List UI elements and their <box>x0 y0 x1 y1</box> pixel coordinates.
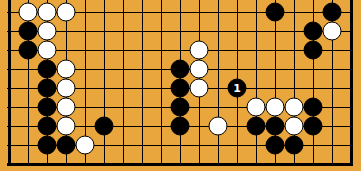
white-stone[interactable] <box>38 41 57 60</box>
black-stone[interactable] <box>38 60 57 79</box>
black-stone-marked-1[interactable]: 1 <box>228 79 247 98</box>
black-stone[interactable] <box>304 117 323 136</box>
white-stone[interactable] <box>57 117 76 136</box>
white-stone[interactable] <box>266 98 285 117</box>
black-stone[interactable] <box>304 22 323 41</box>
black-stone[interactable] <box>171 60 190 79</box>
black-stone[interactable] <box>266 136 285 155</box>
white-stone[interactable] <box>285 98 304 117</box>
board-edge-line <box>8 0 11 166</box>
black-stone[interactable] <box>38 98 57 117</box>
black-stone[interactable] <box>38 136 57 155</box>
black-stone[interactable] <box>171 79 190 98</box>
go-board[interactable]: 1 <box>0 0 361 171</box>
white-stone[interactable] <box>209 117 228 136</box>
black-stone[interactable] <box>19 41 38 60</box>
grid-line <box>218 0 219 166</box>
white-stone[interactable] <box>76 136 95 155</box>
black-stone[interactable] <box>171 98 190 117</box>
grid-line <box>7 50 353 51</box>
white-stone[interactable] <box>323 22 342 41</box>
black-stone[interactable] <box>95 117 114 136</box>
board-edge-line <box>350 0 353 166</box>
white-stone[interactable] <box>57 79 76 98</box>
black-stone[interactable] <box>266 3 285 22</box>
white-stone[interactable] <box>57 98 76 117</box>
black-stone[interactable] <box>57 136 76 155</box>
black-stone[interactable] <box>247 117 266 136</box>
black-stone[interactable] <box>304 41 323 60</box>
white-stone[interactable] <box>190 79 209 98</box>
grid-line <box>123 0 124 166</box>
black-stone[interactable] <box>19 22 38 41</box>
white-stone[interactable] <box>190 60 209 79</box>
white-stone[interactable] <box>38 3 57 22</box>
white-stone[interactable] <box>38 22 57 41</box>
white-stone[interactable] <box>19 3 38 22</box>
grid-line <box>256 0 257 166</box>
black-stone[interactable] <box>304 98 323 117</box>
black-stone[interactable] <box>38 79 57 98</box>
grid-line <box>142 0 143 166</box>
grid-line <box>104 0 105 166</box>
white-stone[interactable] <box>190 41 209 60</box>
grid-line <box>161 0 162 166</box>
white-stone[interactable] <box>247 98 266 117</box>
black-stone[interactable] <box>38 117 57 136</box>
black-stone[interactable] <box>266 117 285 136</box>
white-stone[interactable] <box>57 60 76 79</box>
black-stone[interactable] <box>285 136 304 155</box>
white-stone[interactable] <box>57 3 76 22</box>
white-stone[interactable] <box>285 117 304 136</box>
black-stone[interactable] <box>323 3 342 22</box>
board-edge-line <box>7 163 353 166</box>
black-stone[interactable] <box>171 117 190 136</box>
grid-line <box>7 31 353 32</box>
